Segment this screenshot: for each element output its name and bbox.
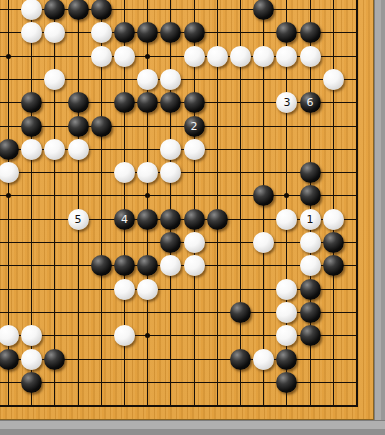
stone-white [300, 255, 321, 276]
stone-white [44, 69, 65, 90]
stone-white [323, 209, 344, 230]
stone-black [160, 209, 181, 230]
hoshi-dot [145, 54, 150, 59]
stone-white [44, 139, 65, 160]
stone-black [253, 185, 274, 206]
stone-white [21, 22, 42, 43]
stone-white [160, 139, 181, 160]
stone-white [137, 162, 158, 183]
stone-white [68, 139, 89, 160]
stone-white: 5 [68, 209, 89, 230]
stone-black [21, 116, 42, 137]
stone-black [323, 255, 344, 276]
stone-black [68, 92, 89, 113]
stone-white [137, 279, 158, 300]
stone-black [91, 116, 112, 137]
stone-white [160, 162, 181, 183]
stone-black [207, 209, 228, 230]
stone-white [137, 69, 158, 90]
grid-line-vertical [170, 0, 171, 407]
move-number-label: 3 [283, 97, 290, 108]
stone-white [91, 22, 112, 43]
hoshi-dot [145, 193, 150, 198]
stone-white [276, 46, 297, 67]
stone-white [253, 349, 274, 370]
stone-black [21, 92, 42, 113]
stone-black [300, 185, 321, 206]
stone-black [230, 349, 251, 370]
stone-black [0, 349, 19, 370]
stone-black [184, 22, 205, 43]
stone-white [184, 232, 205, 253]
stone-black [184, 209, 205, 230]
stone-black [300, 162, 321, 183]
stone-black [114, 92, 135, 113]
stone-white [114, 325, 135, 346]
stone-white: 3 [276, 92, 297, 113]
stone-white [276, 209, 297, 230]
stone-white [21, 0, 42, 20]
stone-black [160, 92, 181, 113]
stone-white [184, 46, 205, 67]
stone-black [300, 325, 321, 346]
stone-black [44, 0, 65, 20]
stone-white [114, 279, 135, 300]
stone-white [276, 325, 297, 346]
go-app-window: 362541 [0, 0, 385, 435]
stone-white [323, 69, 344, 90]
hoshi-dot [6, 54, 11, 59]
stone-white [91, 46, 112, 67]
grid-line-vertical [54, 0, 55, 407]
stone-black [44, 349, 65, 370]
stone-black [114, 22, 135, 43]
hoshi-dot [6, 193, 11, 198]
stone-black [276, 349, 297, 370]
move-number-label: 4 [121, 214, 128, 225]
stone-black [160, 232, 181, 253]
stone-black [68, 116, 89, 137]
hoshi-dot [145, 333, 150, 338]
stone-white [44, 22, 65, 43]
stone-white [184, 139, 205, 160]
window-frame-bottom [0, 420, 385, 435]
stone-black [21, 372, 42, 393]
stone-black [137, 209, 158, 230]
stone-white [114, 46, 135, 67]
stone-white: 1 [300, 209, 321, 230]
move-number-label: 1 [307, 214, 314, 225]
stone-white [276, 302, 297, 323]
stone-white [253, 46, 274, 67]
stone-black [0, 139, 19, 160]
stone-black: 2 [184, 116, 205, 137]
stone-white [300, 232, 321, 253]
stone-black [276, 22, 297, 43]
stone-black [137, 22, 158, 43]
stone-black [276, 372, 297, 393]
stone-white [0, 325, 19, 346]
window-frame-right [374, 0, 385, 435]
stone-black [184, 92, 205, 113]
stone-white [207, 46, 228, 67]
stone-black [91, 255, 112, 276]
stone-white [184, 255, 205, 276]
stone-black [68, 0, 89, 20]
move-number-label: 2 [191, 121, 198, 132]
grid-line-horizontal [0, 405, 358, 407]
stone-white [21, 349, 42, 370]
stone-white [21, 139, 42, 160]
hoshi-dot [284, 193, 289, 198]
stone-black [114, 255, 135, 276]
stone-white [160, 255, 181, 276]
stone-black [137, 255, 158, 276]
stone-black [253, 0, 274, 20]
move-number-label: 5 [75, 214, 82, 225]
grid-line-vertical [147, 0, 148, 407]
stone-white [253, 232, 274, 253]
stone-white [0, 162, 19, 183]
stone-black [300, 22, 321, 43]
stone-black [300, 279, 321, 300]
stone-black [300, 302, 321, 323]
stone-black [160, 22, 181, 43]
grid-line-vertical [356, 0, 358, 407]
stone-white [276, 279, 297, 300]
stone-black: 6 [300, 92, 321, 113]
stone-black [137, 92, 158, 113]
grid-line-vertical [333, 0, 334, 407]
stone-black [91, 0, 112, 20]
grid-line-horizontal [0, 382, 358, 383]
stone-white [300, 46, 321, 67]
stone-white [21, 325, 42, 346]
stone-white [230, 46, 251, 67]
stone-white [114, 162, 135, 183]
stone-black [323, 232, 344, 253]
stone-white [160, 69, 181, 90]
stone-black [230, 302, 251, 323]
stone-black: 4 [114, 209, 135, 230]
go-board[interactable]: 362541 [0, 0, 374, 420]
grid-line-vertical [78, 0, 79, 407]
grid-line-horizontal [0, 126, 358, 127]
move-number-label: 6 [307, 97, 314, 108]
